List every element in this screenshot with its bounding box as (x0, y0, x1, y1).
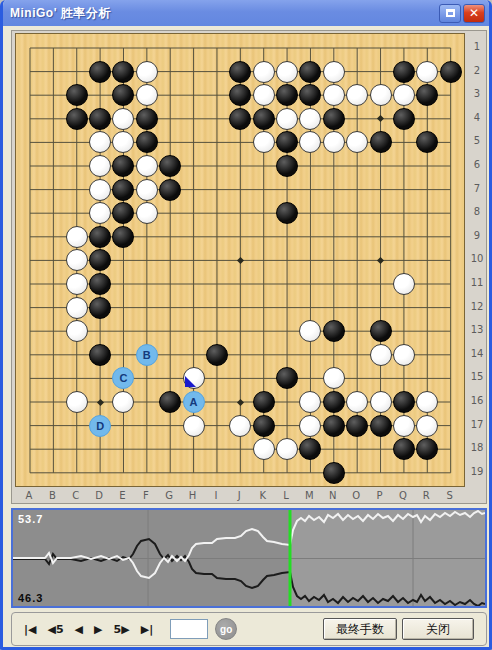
col-label-M: M (301, 490, 317, 501)
black-stone-N13 (323, 320, 345, 342)
black-stone-P13 (370, 320, 392, 342)
col-label-B: B (44, 490, 60, 501)
close-button[interactable]: ✕ (463, 4, 485, 23)
row-label-12: 12 (468, 301, 486, 312)
black-stone-Q2 (393, 61, 415, 83)
col-label-D: D (91, 490, 107, 501)
black-stone-N4 (323, 108, 345, 130)
white-stone-Q14 (393, 344, 415, 366)
black-stone-J2 (229, 61, 251, 83)
black-stone-G7 (159, 179, 181, 201)
row-label-8: 8 (468, 206, 486, 217)
black-stone-S2 (440, 61, 462, 83)
winrate-graph-panel[interactable]: 53.7 46.3 (11, 508, 487, 608)
close-dialog-button[interactable]: 关闭 (402, 618, 474, 640)
annotation-D[interactable]: D (89, 415, 111, 437)
row-label-11: 11 (468, 277, 486, 288)
title-bar[interactable]: MiniGo' 胜率分析 ✕ (3, 0, 489, 26)
white-stone-O16 (346, 391, 368, 413)
white-stone-C12 (66, 297, 88, 319)
black-stone-C4 (66, 108, 88, 130)
col-label-P: P (372, 490, 388, 501)
row-label-5: 5 (468, 135, 486, 146)
row-label-1: 1 (468, 41, 486, 52)
row-label-13: 13 (468, 324, 486, 335)
black-stone-M2 (299, 61, 321, 83)
col-label-H: H (185, 490, 201, 501)
black-stone-D9 (89, 226, 111, 248)
maximize-button[interactable] (439, 4, 461, 23)
black-stone-J4 (229, 108, 251, 130)
black-stone-E7 (112, 179, 134, 201)
col-label-L: L (278, 490, 294, 501)
white-stone-F6 (136, 155, 158, 177)
app-window: MiniGo' 胜率分析 ✕ ABCD ABCDEFGHIJKLMNOPQRS … (0, 0, 492, 650)
white-stone-D6 (89, 155, 111, 177)
final-moves-button[interactable]: 最终手数 (323, 618, 397, 640)
white-winrate-value: 53.7 (18, 513, 43, 525)
black-stone-Q18 (393, 438, 415, 460)
col-label-N: N (325, 490, 341, 501)
nav-back-button[interactable]: ◀ (75, 623, 83, 636)
nav-first-button[interactable]: |◀ (24, 623, 36, 636)
control-bar: |◀ ◀5 ◀ ▶ 5▶ ▶| go 最终手数 关闭 (11, 612, 487, 646)
black-stone-I14 (206, 344, 228, 366)
close-icon: ✕ (469, 6, 479, 20)
white-stone-Q11 (393, 273, 415, 295)
black-stone-Q16 (393, 391, 415, 413)
col-label-E: E (114, 490, 130, 501)
col-label-C: C (68, 490, 84, 501)
black-stone-N16 (323, 391, 345, 413)
row-label-15: 15 (468, 371, 486, 382)
white-stone-N2 (323, 61, 345, 83)
row-label-16: 16 (468, 395, 486, 406)
black-stone-N19 (323, 462, 345, 484)
col-label-K: K (255, 490, 271, 501)
white-stone-R17 (416, 415, 438, 437)
black-stone-D4 (89, 108, 111, 130)
row-label-7: 7 (468, 183, 486, 194)
white-stone-K3 (253, 84, 275, 106)
black-stone-D2 (89, 61, 111, 83)
white-stone-K18 (253, 438, 275, 460)
black-winrate-value: 46.3 (18, 592, 43, 604)
col-label-G: G (161, 490, 177, 501)
white-stone-D7 (89, 179, 111, 201)
white-stone-L2 (276, 61, 298, 83)
white-stone-N3 (323, 84, 345, 106)
nav-back5-button[interactable]: ◀5 (47, 623, 63, 636)
row-label-4: 4 (468, 112, 486, 123)
row-label-17: 17 (468, 419, 486, 430)
row-label-18: 18 (468, 442, 486, 453)
black-stone-P17 (370, 415, 392, 437)
col-label-R: R (418, 490, 434, 501)
winrate-graph (13, 510, 485, 606)
black-stone-O17 (346, 415, 368, 437)
white-stone-C11 (66, 273, 88, 295)
black-stone-C3 (66, 84, 88, 106)
go-board-panel: ABCD ABCDEFGHIJKLMNOPQRS 123456789101112… (11, 30, 487, 504)
white-stone-K2 (253, 61, 275, 83)
window-title: MiniGo' 胜率分析 (10, 5, 439, 22)
row-label-9: 9 (468, 230, 486, 241)
white-stone-Q3 (393, 84, 415, 106)
white-stone-F2 (136, 61, 158, 83)
go-button[interactable]: go (215, 618, 237, 640)
annotation-B[interactable]: B (136, 344, 158, 366)
white-stone-C16 (66, 391, 88, 413)
last-move-marker (185, 376, 196, 387)
white-stone-P16 (370, 391, 392, 413)
white-stone-C13 (66, 320, 88, 342)
row-label-19: 19 (468, 466, 486, 477)
col-label-F: F (138, 490, 154, 501)
white-stone-K5 (253, 131, 275, 153)
nav-last-button[interactable]: ▶| (141, 623, 153, 636)
col-label-S: S (442, 490, 458, 501)
black-stone-K16 (253, 391, 275, 413)
white-stone-L4 (276, 108, 298, 130)
white-stone-H17 (183, 415, 205, 437)
black-stone-E2 (112, 61, 134, 83)
white-stone-Q17 (393, 415, 415, 437)
move-number-input[interactable] (170, 619, 208, 639)
black-stone-N17 (323, 415, 345, 437)
black-stone-K4 (253, 108, 275, 130)
row-label-3: 3 (468, 88, 486, 99)
row-label-2: 2 (468, 65, 486, 76)
white-stone-R2 (416, 61, 438, 83)
white-stone-C10 (66, 249, 88, 271)
annotation-A[interactable]: A (183, 391, 205, 413)
white-stone-P14 (370, 344, 392, 366)
white-stone-F8 (136, 202, 158, 224)
col-label-A: A (21, 490, 37, 501)
titlebar-buttons: ✕ (439, 4, 485, 23)
white-stone-J17 (229, 415, 251, 437)
maximize-icon (446, 9, 455, 17)
black-stone-F4 (136, 108, 158, 130)
col-label-J: J (231, 490, 247, 501)
nav-forward-button[interactable]: ▶ (94, 623, 102, 636)
white-stone-C9 (66, 226, 88, 248)
black-stone-P5 (370, 131, 392, 153)
col-label-O: O (348, 490, 364, 501)
white-stone-F7 (136, 179, 158, 201)
col-label-Q: Q (395, 490, 411, 501)
row-label-6: 6 (468, 159, 486, 170)
black-stone-D11 (89, 273, 111, 295)
white-stone-P3 (370, 84, 392, 106)
row-label-10: 10 (468, 253, 486, 264)
col-label-I: I (208, 490, 224, 501)
nav-forward5-button[interactable]: 5▶ (114, 623, 130, 636)
black-stone-D12 (89, 297, 111, 319)
row-label-14: 14 (468, 348, 486, 359)
black-stone-K17 (253, 415, 275, 437)
black-stone-L6 (276, 155, 298, 177)
black-stone-Q4 (393, 108, 415, 130)
black-stone-D14 (89, 344, 111, 366)
white-stone-M17 (299, 415, 321, 437)
white-stone-F3 (136, 84, 158, 106)
go-board[interactable]: ABCD (15, 33, 465, 487)
